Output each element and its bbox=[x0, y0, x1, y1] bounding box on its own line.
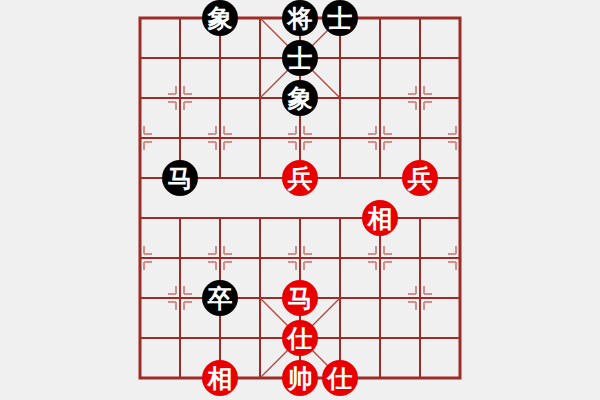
piece-red-horse[interactable]: 马 bbox=[282, 280, 318, 316]
piece-red-elephant[interactable]: 相 bbox=[362, 200, 398, 236]
piece-red-soldier[interactable]: 兵 bbox=[402, 160, 438, 196]
piece-black-soldier[interactable]: 卒 bbox=[202, 280, 238, 316]
piece-red-advisor[interactable]: 仕 bbox=[322, 360, 358, 396]
board-grid: 象将士士象马兵兵相卒马仕相帅仕 bbox=[120, 0, 480, 398]
piece-red-king[interactable]: 帅 bbox=[282, 360, 318, 396]
piece-black-advisor[interactable]: 士 bbox=[322, 0, 358, 36]
piece-black-king[interactable]: 将 bbox=[282, 0, 318, 36]
xiangqi-app-window: 象将士士象马兵兵相卒马仕相帅仕 bbox=[0, 0, 600, 400]
piece-black-advisor[interactable]: 士 bbox=[282, 40, 318, 76]
piece-black-horse[interactable]: 马 bbox=[162, 160, 198, 196]
piece-black-elephant[interactable]: 象 bbox=[202, 0, 238, 36]
piece-black-elephant[interactable]: 象 bbox=[282, 80, 318, 116]
piece-red-soldier[interactable]: 兵 bbox=[282, 160, 318, 196]
xiangqi-board: 象将士士象马兵兵相卒马仕相帅仕 bbox=[0, 0, 600, 400]
piece-red-advisor[interactable]: 仕 bbox=[282, 320, 318, 356]
piece-red-elephant[interactable]: 相 bbox=[202, 360, 238, 396]
